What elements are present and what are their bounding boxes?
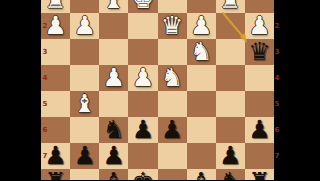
square-g4[interactable] xyxy=(70,65,99,91)
black-pawn-b7[interactable]: ♟ xyxy=(219,143,241,168)
square-a4[interactable] xyxy=(245,65,274,91)
square-e1[interactable]: ♚ xyxy=(128,0,157,13)
square-c4[interactable] xyxy=(187,65,216,91)
square-b7[interactable]: ♟ xyxy=(216,143,245,169)
square-b8[interactable]: ♞ xyxy=(216,169,245,180)
white-pawn-e4[interactable]: ♟ xyxy=(132,65,154,90)
white-bishop-g5[interactable]: ♝ xyxy=(73,91,95,116)
square-a8[interactable]: ♜ xyxy=(245,169,274,180)
square-d2[interactable]: ♛ xyxy=(158,13,187,39)
square-e3[interactable] xyxy=(128,39,157,65)
rank-label-left-3: 3 xyxy=(41,48,49,56)
square-b2[interactable] xyxy=(216,13,245,39)
square-f6[interactable]: ♞ xyxy=(99,117,128,143)
square-c3[interactable]: ♞ xyxy=(187,39,216,65)
black-pawn-g7[interactable]: ♟ xyxy=(73,143,95,168)
black-pawn-a6[interactable]: ♟ xyxy=(248,117,270,142)
square-g8[interactable] xyxy=(70,169,99,180)
square-b5[interactable] xyxy=(216,91,245,117)
white-rook-b1[interactable]: ♜ xyxy=(219,0,241,12)
square-b1[interactable]: ♜ xyxy=(216,0,245,13)
square-f5[interactable] xyxy=(99,91,128,117)
square-d8[interactable] xyxy=(158,169,187,180)
square-g5[interactable]: ♝ xyxy=(70,91,99,117)
white-queen-d2[interactable]: ♛ xyxy=(161,13,183,38)
rank-label-right-3: 3 xyxy=(273,48,281,56)
black-bishop-c8[interactable]: ♝ xyxy=(190,169,212,181)
black-knight-f6[interactable]: ♞ xyxy=(103,117,125,142)
black-rook-h8[interactable]: ♜ xyxy=(44,169,66,181)
white-pawn-a2[interactable]: ♟ xyxy=(248,13,270,38)
chess-board: ♜♝♚♜♟♟♛♟♟♞♛♟♟♞♝♞♟♟♟♟♟♟♟♜♝♚♝♞♜ xyxy=(41,0,274,180)
square-h8[interactable]: ♜ xyxy=(41,169,70,180)
square-g7[interactable]: ♟ xyxy=(70,143,99,169)
rank-label-left-7: 7 xyxy=(41,152,49,160)
square-d5[interactable] xyxy=(158,91,187,117)
black-pawn-e6[interactable]: ♟ xyxy=(132,117,154,142)
square-a3[interactable]: ♛ xyxy=(245,39,274,65)
square-c7[interactable] xyxy=(187,143,216,169)
white-knight-c3[interactable]: ♞ xyxy=(190,39,212,64)
white-knight-d4[interactable]: ♞ xyxy=(161,65,183,90)
square-d3[interactable] xyxy=(158,39,187,65)
rank-label-left-6: 6 xyxy=(41,126,49,134)
rank-label-left-5: 5 xyxy=(41,100,49,108)
rank-label-right-6: 6 xyxy=(273,126,281,134)
square-a7[interactable] xyxy=(245,143,274,169)
white-bishop-f1[interactable]: ♝ xyxy=(103,0,125,12)
square-e6[interactable]: ♟ xyxy=(128,117,157,143)
square-c8[interactable]: ♝ xyxy=(187,169,216,180)
square-e2[interactable] xyxy=(128,13,157,39)
rank-label-left-4: 4 xyxy=(41,74,49,82)
square-g6[interactable] xyxy=(70,117,99,143)
square-d4[interactable]: ♞ xyxy=(158,65,187,91)
black-bishop-f8[interactable]: ♝ xyxy=(103,169,125,181)
square-f7[interactable]: ♟ xyxy=(99,143,128,169)
square-f3[interactable] xyxy=(99,39,128,65)
square-a2[interactable]: ♟ xyxy=(245,13,274,39)
square-a6[interactable]: ♟ xyxy=(245,117,274,143)
white-pawn-f4[interactable]: ♟ xyxy=(103,65,125,90)
square-c2[interactable]: ♟ xyxy=(187,13,216,39)
black-queen-a3[interactable]: ♛ xyxy=(248,39,270,64)
white-pawn-g2[interactable]: ♟ xyxy=(73,13,95,38)
rank-label-right-4: 4 xyxy=(273,74,281,82)
square-c5[interactable] xyxy=(187,91,216,117)
square-a5[interactable] xyxy=(245,91,274,117)
rank-label-left-2: 2 xyxy=(41,22,49,30)
square-e7[interactable] xyxy=(128,143,157,169)
black-rook-a8[interactable]: ♜ xyxy=(248,169,270,181)
square-e4[interactable]: ♟ xyxy=(128,65,157,91)
square-g2[interactable]: ♟ xyxy=(70,13,99,39)
rank-label-right-5: 5 xyxy=(273,100,281,108)
white-king-e1[interactable]: ♚ xyxy=(132,0,154,12)
black-pawn-f7[interactable]: ♟ xyxy=(103,143,125,168)
video-frame: ♜♝♚♜♟♟♛♟♟♞♛♟♟♞♝♞♟♟♟♟♟♟♟♜♝♚♝♞♜ 2233445566… xyxy=(0,0,320,180)
rank-label-right-2: 2 xyxy=(273,22,281,30)
rank-label-right-7: 7 xyxy=(273,152,281,160)
square-f2[interactable] xyxy=(99,13,128,39)
square-e8[interactable]: ♚ xyxy=(128,169,157,180)
square-f4[interactable]: ♟ xyxy=(99,65,128,91)
square-b6[interactable] xyxy=(216,117,245,143)
black-knight-b8[interactable]: ♞ xyxy=(219,169,241,181)
square-d6[interactable]: ♟ xyxy=(158,117,187,143)
square-d7[interactable] xyxy=(158,143,187,169)
square-c6[interactable] xyxy=(187,117,216,143)
square-b4[interactable] xyxy=(216,65,245,91)
square-f1[interactable]: ♝ xyxy=(99,0,128,13)
square-f8[interactable]: ♝ xyxy=(99,169,128,180)
black-king-e8[interactable]: ♚ xyxy=(132,169,154,181)
square-g3[interactable] xyxy=(70,39,99,65)
white-pawn-c2[interactable]: ♟ xyxy=(190,13,212,38)
black-pawn-d6[interactable]: ♟ xyxy=(161,117,183,142)
square-e5[interactable] xyxy=(128,91,157,117)
square-b3[interactable] xyxy=(216,39,245,65)
